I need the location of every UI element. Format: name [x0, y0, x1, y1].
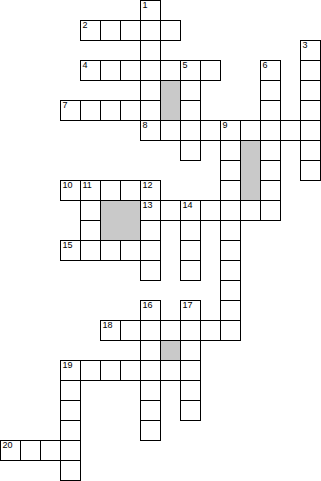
shaded-block-r17c8 [160, 340, 181, 361]
cell-r4c13[interactable] [260, 80, 281, 101]
clue-number-4: 4 [83, 61, 88, 70]
cell-r13c7[interactable] [140, 260, 161, 281]
cell-r18c6[interactable] [120, 360, 141, 381]
cell-r8c13[interactable] [260, 160, 281, 181]
cell-r16c6[interactable] [120, 320, 141, 341]
cell-r12c3[interactable]: 15 [60, 240, 81, 261]
cell-r20c9[interactable] [180, 400, 201, 421]
cell-r0c7[interactable]: 1 [140, 0, 161, 21]
cell-r6c13[interactable] [260, 120, 281, 141]
cell-r13c11[interactable] [220, 260, 241, 281]
clue-number-1: 1 [143, 1, 148, 10]
cell-r11c9[interactable] [180, 220, 201, 241]
cell-r10c7[interactable]: 13 [140, 200, 161, 221]
cell-r4c15[interactable] [300, 80, 321, 101]
cell-r16c5[interactable]: 18 [100, 320, 121, 341]
cell-r10c12[interactable] [240, 200, 261, 221]
cell-r7c15[interactable] [300, 140, 321, 161]
cell-r19c9[interactable] [180, 380, 201, 401]
clue-number-8: 8 [143, 121, 148, 130]
cell-r3c8[interactable] [160, 60, 181, 81]
cell-r10c8[interactable] [160, 200, 181, 221]
cell-r5c13[interactable] [260, 100, 281, 121]
cell-r16c9[interactable] [180, 320, 201, 341]
cell-r19c3[interactable] [60, 380, 81, 401]
cell-r12c9[interactable] [180, 240, 201, 261]
clue-number-7: 7 [63, 101, 68, 110]
cell-r17c9[interactable] [180, 340, 201, 361]
clue-number-6: 6 [263, 61, 268, 70]
cell-r10c11[interactable] [220, 200, 241, 221]
clue-number-11: 11 [83, 181, 92, 190]
crossword-grid: 1234567891011121314151617181920 [0, 0, 321, 481]
cell-r10c4[interactable] [80, 200, 101, 221]
cell-r2c7[interactable] [140, 40, 161, 61]
cell-r18c5[interactable] [100, 360, 121, 381]
cell-r21c3[interactable] [60, 420, 81, 441]
cell-r15c11[interactable] [220, 300, 241, 321]
clue-number-17: 17 [183, 301, 193, 310]
clue-number-12: 12 [143, 181, 153, 190]
clue-number-15: 15 [63, 241, 73, 250]
cell-r6c10[interactable] [200, 120, 221, 141]
cell-r8c11[interactable] [220, 160, 241, 181]
cell-r18c3[interactable]: 19 [60, 360, 81, 381]
cell-r18c4[interactable] [80, 360, 101, 381]
cell-r4c9[interactable] [180, 80, 201, 101]
cell-r12c11[interactable] [220, 240, 241, 261]
clue-number-2: 2 [83, 21, 88, 30]
cell-r15c9[interactable]: 17 [180, 300, 201, 321]
cell-r9c3[interactable]: 10 [60, 180, 81, 201]
cell-r20c7[interactable] [140, 400, 161, 421]
cell-r16c8[interactable] [160, 320, 181, 341]
cell-r11c11[interactable] [220, 220, 241, 241]
cell-r6c8[interactable] [160, 120, 181, 141]
cell-r7c13[interactable] [260, 140, 281, 161]
cell-r10c13[interactable] [260, 200, 281, 221]
cell-r2c15[interactable]: 3 [300, 40, 321, 61]
cell-r21c7[interactable] [140, 420, 161, 441]
cell-r5c5[interactable] [100, 100, 121, 121]
cell-r3c4[interactable]: 4 [80, 60, 101, 81]
cell-r9c6[interactable] [120, 180, 141, 201]
cell-r8c15[interactable] [300, 160, 321, 181]
cell-r6c11[interactable]: 9 [220, 120, 241, 141]
cell-r3c15[interactable] [300, 60, 321, 81]
cell-r3c9[interactable]: 5 [180, 60, 201, 81]
cell-r9c7[interactable]: 12 [140, 180, 161, 201]
cell-r16c7[interactable] [140, 320, 161, 341]
cell-r1c5[interactable] [100, 20, 121, 41]
cell-r22c1[interactable] [20, 440, 41, 461]
cell-r9c5[interactable] [100, 180, 121, 201]
cell-r17c7[interactable] [140, 340, 161, 361]
cell-r6c14[interactable] [280, 120, 301, 141]
cell-r7c9[interactable] [180, 140, 201, 161]
cell-r3c13[interactable]: 6 [260, 60, 281, 81]
cell-r1c8[interactable] [160, 20, 181, 41]
cell-r5c4[interactable] [80, 100, 101, 121]
cell-r7c11[interactable] [220, 140, 241, 161]
cell-r10c9[interactable]: 14 [180, 200, 201, 221]
shaded-block-r10c5 [100, 200, 141, 241]
cell-r5c9[interactable] [180, 100, 201, 121]
cell-r3c6[interactable] [120, 60, 141, 81]
cell-r20c3[interactable] [60, 400, 81, 421]
cell-r4c7[interactable] [140, 80, 161, 101]
cell-r6c12[interactable] [240, 120, 261, 141]
clue-number-20: 20 [3, 441, 13, 450]
cell-r23c3[interactable] [60, 460, 81, 481]
cell-r19c7[interactable] [140, 380, 161, 401]
cell-r16c10[interactable] [200, 320, 221, 341]
cell-r9c13[interactable] [260, 180, 281, 201]
cell-r11c7[interactable] [140, 220, 161, 241]
cell-r12c7[interactable] [140, 240, 161, 261]
cell-r11c4[interactable] [80, 220, 101, 241]
clue-number-16: 16 [143, 301, 153, 310]
cell-r3c10[interactable] [200, 60, 221, 81]
cell-r12c6[interactable] [120, 240, 141, 261]
cell-r18c9[interactable] [180, 360, 201, 381]
cell-r1c6[interactable] [120, 20, 141, 41]
cell-r6c7[interactable]: 8 [140, 120, 161, 141]
cell-r5c3[interactable]: 7 [60, 100, 81, 121]
clue-number-14: 14 [183, 201, 193, 210]
cell-r18c8[interactable] [160, 360, 181, 381]
cell-r6c9[interactable] [180, 120, 201, 141]
cell-r6c15[interactable] [300, 120, 321, 141]
shaded-block-r7c12 [240, 140, 261, 201]
cell-r3c5[interactable] [100, 60, 121, 81]
clue-number-19: 19 [63, 361, 73, 370]
cell-r1c4[interactable]: 2 [80, 20, 101, 41]
shaded-block-r4c8 [160, 80, 181, 121]
cell-r5c15[interactable] [300, 100, 321, 121]
cell-r10c10[interactable] [200, 200, 221, 221]
cell-r12c5[interactable] [100, 240, 121, 261]
clue-number-3: 3 [303, 41, 308, 50]
clue-number-5: 5 [183, 61, 188, 70]
cell-r5c6[interactable] [120, 100, 141, 121]
cell-r5c7[interactable] [140, 100, 161, 121]
clue-number-18: 18 [103, 321, 113, 330]
cell-r22c3[interactable] [60, 440, 81, 461]
cell-r18c7[interactable] [140, 360, 161, 381]
clue-number-10: 10 [63, 181, 73, 190]
cell-r14c11[interactable] [220, 280, 241, 301]
clue-number-13: 13 [143, 201, 153, 210]
cell-r16c11[interactable] [220, 320, 241, 341]
cell-r15c7[interactable]: 16 [140, 300, 161, 321]
cell-r3c7[interactable] [140, 60, 161, 81]
cell-r9c11[interactable] [220, 180, 241, 201]
cell-r22c0[interactable]: 20 [0, 440, 21, 461]
cell-r12c4[interactable] [80, 240, 101, 261]
cell-r22c2[interactable] [40, 440, 61, 461]
cell-r9c4[interactable]: 11 [80, 180, 101, 201]
clue-number-9: 9 [223, 121, 228, 130]
cell-r1c7[interactable] [140, 20, 161, 41]
cell-r13c9[interactable] [180, 260, 201, 281]
